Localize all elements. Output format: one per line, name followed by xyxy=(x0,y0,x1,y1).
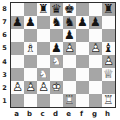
square-f3[interactable] xyxy=(76,68,89,81)
square-h6[interactable] xyxy=(102,29,115,42)
piece-white-knight-d4-fill: ♞ xyxy=(50,55,63,68)
square-f8[interactable] xyxy=(76,3,89,16)
piece-white-rook-h1: ♖ xyxy=(102,94,115,107)
piece-white-king-d2-fill: ♚ xyxy=(50,81,63,94)
square-c4[interactable] xyxy=(37,55,50,68)
piece-white-pawn-h4: ♙ xyxy=(102,55,115,68)
rank-label-5: 5 xyxy=(0,42,9,55)
square-g3[interactable] xyxy=(89,68,102,81)
square-a7[interactable]: ♟ xyxy=(11,16,24,29)
rank-label-1: 1 xyxy=(0,95,9,108)
piece-black-queen-d8: ♛ xyxy=(50,3,63,16)
piece-white-pawn-c2-fill: ♟ xyxy=(37,81,50,94)
square-a5[interactable] xyxy=(11,42,24,55)
rank-label-2: 2 xyxy=(0,82,9,95)
piece-black-pawn-b7: ♟ xyxy=(24,16,37,29)
piece-black-pawn-e6: ♟ xyxy=(63,29,76,42)
square-f5[interactable] xyxy=(76,42,89,55)
rank-label-3: 3 xyxy=(0,68,9,81)
piece-black-knight-d7: ♞ xyxy=(50,16,63,29)
rank-label-4: 4 xyxy=(0,55,9,68)
square-e1[interactable]: ♜♖ xyxy=(63,94,76,107)
square-e7[interactable]: ♞ xyxy=(63,16,76,29)
piece-white-knight-d4: ♘ xyxy=(50,55,63,68)
file-label-h: h xyxy=(101,110,114,119)
square-e2[interactable] xyxy=(63,81,76,94)
file-label-c: c xyxy=(36,110,49,119)
chess-board: ♜♛♚♜♟♟♞♞♟♟♟♝♗♟♟♙♟♙♝♞♘♟♙♞♘♛♕♟♙♟♙♟♙♚♔♜♖♜♖ xyxy=(10,2,116,108)
rank-label-8: 8 xyxy=(0,2,9,15)
square-h8[interactable]: ♜ xyxy=(102,3,115,16)
square-e8[interactable]: ♚ xyxy=(63,3,76,16)
piece-white-bishop-b5: ♗ xyxy=(24,42,37,55)
piece-black-pawn-f7: ♟ xyxy=(76,16,89,29)
piece-white-pawn-g5: ♙ xyxy=(89,42,102,55)
square-g5[interactable]: ♟♙ xyxy=(89,42,102,55)
square-c1[interactable] xyxy=(37,94,50,107)
piece-black-rook-c8: ♜ xyxy=(37,3,50,16)
square-g1[interactable] xyxy=(89,94,102,107)
square-h5[interactable]: ♝ xyxy=(102,42,115,55)
square-b4[interactable] xyxy=(24,55,37,68)
square-h3[interactable]: ♛♕ xyxy=(102,68,115,81)
piece-white-pawn-b2: ♙ xyxy=(24,81,37,94)
rank-label-6: 6 xyxy=(0,29,9,42)
file-labels: abcdefgh xyxy=(10,110,116,119)
piece-black-king-e8: ♚ xyxy=(63,3,76,16)
piece-white-rook-e1: ♖ xyxy=(63,94,76,107)
square-c2[interactable]: ♟♙ xyxy=(37,81,50,94)
square-f6[interactable] xyxy=(76,29,89,42)
square-c7[interactable] xyxy=(37,16,50,29)
square-a3[interactable] xyxy=(11,68,24,81)
square-h2[interactable] xyxy=(102,81,115,94)
square-c8[interactable]: ♜ xyxy=(37,3,50,16)
square-a2[interactable]: ♟♙ xyxy=(11,81,24,94)
square-b6[interactable] xyxy=(24,29,37,42)
square-b3[interactable] xyxy=(24,68,37,81)
piece-white-pawn-e5-fill: ♟ xyxy=(63,42,76,55)
chess-diagram: 87654321 ♜♛♚♜♟♟♞♞♟♟♟♝♗♟♟♙♟♙♝♞♘♟♙♞♘♛♕♟♙♟♙… xyxy=(0,0,120,120)
piece-white-king-d2: ♔ xyxy=(50,81,63,94)
square-d3[interactable] xyxy=(50,68,63,81)
square-d2[interactable]: ♚♔ xyxy=(50,81,63,94)
square-c5[interactable] xyxy=(37,42,50,55)
square-d4[interactable]: ♞♘ xyxy=(50,55,63,68)
file-label-g: g xyxy=(88,110,101,119)
square-d8[interactable]: ♛ xyxy=(50,3,63,16)
square-a4[interactable] xyxy=(11,55,24,68)
square-a8[interactable] xyxy=(11,3,24,16)
piece-white-pawn-h4-fill: ♟ xyxy=(102,55,115,68)
file-label-a: a xyxy=(10,110,23,119)
file-label-b: b xyxy=(23,110,36,119)
piece-black-pawn-d5: ♟ xyxy=(50,42,63,55)
piece-black-pawn-a7: ♟ xyxy=(11,16,24,29)
square-g4[interactable] xyxy=(89,55,102,68)
square-e6[interactable]: ♟ xyxy=(63,29,76,42)
square-b5[interactable]: ♝♗ xyxy=(24,42,37,55)
piece-black-knight-e7: ♞ xyxy=(63,16,76,29)
square-d1[interactable] xyxy=(50,94,63,107)
piece-white-queen-h3-fill: ♛ xyxy=(102,68,115,81)
piece-black-rook-h8: ♜ xyxy=(102,3,115,16)
square-g2[interactable] xyxy=(89,81,102,94)
square-c6[interactable] xyxy=(37,29,50,42)
square-a6[interactable] xyxy=(11,29,24,42)
piece-white-pawn-a2: ♙ xyxy=(11,81,24,94)
square-e3[interactable] xyxy=(63,68,76,81)
square-e4[interactable] xyxy=(63,55,76,68)
square-h1[interactable]: ♜♖ xyxy=(102,94,115,107)
piece-white-pawn-a2-fill: ♟ xyxy=(11,81,24,94)
file-label-e: e xyxy=(62,110,75,119)
square-b2[interactable]: ♟♙ xyxy=(24,81,37,94)
piece-black-pawn-g7: ♟ xyxy=(89,16,102,29)
square-f7[interactable]: ♟ xyxy=(76,16,89,29)
square-d5[interactable]: ♟ xyxy=(50,42,63,55)
piece-white-pawn-e5: ♙ xyxy=(63,42,76,55)
piece-white-rook-h1-fill: ♜ xyxy=(102,94,115,107)
square-f1[interactable] xyxy=(76,94,89,107)
square-b1[interactable] xyxy=(24,94,37,107)
piece-black-bishop-h5: ♝ xyxy=(102,42,115,55)
piece-white-queen-h3: ♕ xyxy=(102,68,115,81)
square-a1[interactable] xyxy=(11,94,24,107)
square-h7[interactable] xyxy=(102,16,115,29)
square-g8[interactable] xyxy=(89,3,102,16)
piece-white-knight-c3-fill: ♞ xyxy=(37,68,50,81)
square-b8[interactable] xyxy=(24,3,37,16)
square-d7[interactable]: ♞ xyxy=(50,16,63,29)
square-f4[interactable] xyxy=(76,55,89,68)
rank-labels: 87654321 xyxy=(0,2,9,108)
square-b7[interactable]: ♟ xyxy=(24,16,37,29)
piece-white-knight-c3: ♘ xyxy=(37,68,50,81)
file-label-d: d xyxy=(49,110,62,119)
file-label-f: f xyxy=(75,110,88,119)
square-d6[interactable] xyxy=(50,29,63,42)
square-e5[interactable]: ♟♙ xyxy=(63,42,76,55)
square-g6[interactable] xyxy=(89,29,102,42)
square-f2[interactable] xyxy=(76,81,89,94)
piece-white-pawn-g5-fill: ♟ xyxy=(89,42,102,55)
piece-white-bishop-b5-fill: ♝ xyxy=(24,42,37,55)
square-c3[interactable]: ♞♘ xyxy=(37,68,50,81)
piece-white-pawn-c2: ♙ xyxy=(37,81,50,94)
square-h4[interactable]: ♟♙ xyxy=(102,55,115,68)
square-g7[interactable]: ♟ xyxy=(89,16,102,29)
piece-white-pawn-b2-fill: ♟ xyxy=(24,81,37,94)
rank-label-7: 7 xyxy=(0,15,9,28)
piece-white-rook-e1-fill: ♜ xyxy=(63,94,76,107)
